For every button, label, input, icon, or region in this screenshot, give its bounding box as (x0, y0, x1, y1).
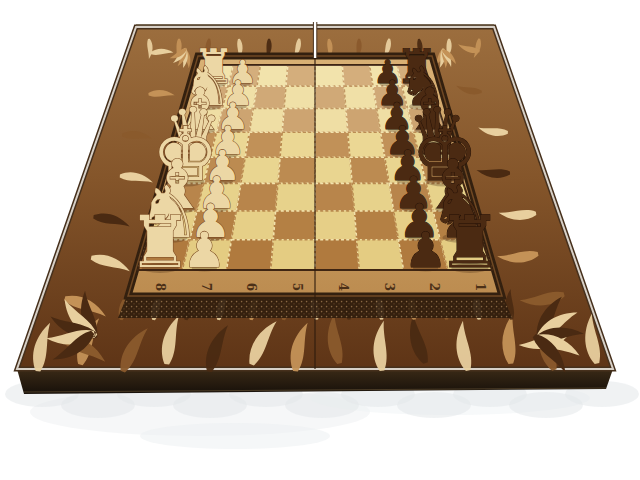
square (280, 132, 315, 157)
rank-label: 3 (382, 283, 396, 291)
rank-label: 6 (244, 283, 258, 291)
square (245, 132, 282, 157)
square (315, 183, 354, 211)
square (241, 157, 280, 183)
square (236, 183, 278, 211)
rank-label: 2 (427, 283, 441, 291)
carved-chess-set-photo: 87654321 ♜♟♟♜♞♟♟♞♝♟♟♝♛♟♟♛♚♟♟♚♝♟♟♝♞♟♟♞♜♟♟… (0, 0, 640, 480)
rank-label: 1 (473, 283, 487, 291)
square (350, 157, 389, 183)
square (276, 183, 315, 211)
photo-stage: 87654321 ♜♟♟♜♞♟♟♞♝♟♟♝♛♟♟♛♚♟♟♚♝♟♟♝♞♟♟♞♜♟♟… (0, 0, 640, 480)
rank-label: 4 (336, 283, 350, 291)
square (315, 132, 350, 157)
square (271, 240, 315, 270)
square (273, 211, 315, 240)
square (315, 211, 357, 240)
rank-label: 8 (153, 283, 167, 291)
square (278, 157, 315, 183)
square (232, 211, 276, 240)
rank-label: 7 (199, 283, 213, 291)
square (315, 157, 352, 183)
square (352, 183, 394, 211)
square (354, 211, 398, 240)
square (315, 240, 359, 270)
square (357, 240, 404, 270)
piece-white-pawn: ♟ (183, 222, 227, 279)
square (227, 240, 274, 270)
square (348, 132, 385, 157)
piece-black-rook: ♜ (438, 201, 502, 284)
rank-label: 5 (290, 283, 304, 291)
